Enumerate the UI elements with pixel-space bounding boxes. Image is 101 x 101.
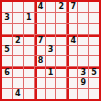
- cell-r8c7[interactable]: [67, 78, 77, 88]
- cell-r5c7[interactable]: [67, 46, 77, 56]
- cell-r3c8[interactable]: [78, 24, 88, 34]
- cell-r7c7[interactable]: [67, 67, 77, 77]
- cell-r3c6[interactable]: [56, 24, 66, 34]
- cell-r9c7[interactable]: [67, 89, 77, 99]
- cell-r3c9[interactable]: [89, 24, 99, 34]
- cell-r8c1[interactable]: [2, 78, 12, 88]
- cell-r1c4[interactable]: 4: [35, 2, 45, 12]
- cell-r1c5[interactable]: [46, 2, 56, 12]
- cell-r3c1[interactable]: [2, 24, 12, 34]
- cell-r2c8[interactable]: [78, 13, 88, 23]
- cell-r2c4[interactable]: [35, 13, 45, 23]
- cell-r4c7[interactable]: 4: [67, 35, 77, 45]
- cell-r4c4[interactable]: 7: [35, 35, 45, 45]
- cell-r1c8[interactable]: [78, 2, 88, 12]
- cell-r7c4[interactable]: [35, 67, 45, 77]
- cell-r8c5[interactable]: [46, 78, 56, 88]
- cell-r1c7[interactable]: 7: [67, 2, 77, 12]
- cell-r5c6[interactable]: [56, 46, 66, 56]
- cell-r6c1[interactable]: [2, 56, 12, 66]
- cell-r3c4[interactable]: [35, 24, 45, 34]
- cell-r2c3[interactable]: 1: [24, 13, 34, 23]
- cell-r1c2[interactable]: [13, 2, 23, 12]
- cell-r1c3[interactable]: [24, 2, 34, 12]
- cell-r1c6[interactable]: 2: [56, 2, 66, 12]
- cell-r5c9[interactable]: [89, 46, 99, 56]
- cell-r6c5[interactable]: [46, 56, 56, 66]
- cell-r6c9[interactable]: [89, 56, 99, 66]
- cell-r1c9[interactable]: [89, 2, 99, 12]
- cell-r5c2[interactable]: [13, 46, 23, 56]
- cell-r7c3[interactable]: [24, 67, 34, 77]
- cell-r3c2[interactable]: [13, 24, 23, 34]
- cell-r8c6[interactable]: [56, 78, 66, 88]
- sudoku-board: 42731274538613594: [0, 0, 101, 101]
- cell-r2c2[interactable]: [13, 13, 23, 23]
- cell-r9c4[interactable]: [35, 89, 45, 99]
- cell-r9c6[interactable]: [56, 89, 66, 99]
- cell-r7c9[interactable]: 5: [89, 67, 99, 77]
- cell-r5c3[interactable]: [24, 46, 34, 56]
- cell-r5c5[interactable]: 3: [46, 46, 56, 56]
- cell-r9c5[interactable]: [46, 89, 56, 99]
- cell-r8c9[interactable]: [89, 78, 99, 88]
- cell-r7c5[interactable]: 1: [46, 67, 56, 77]
- cell-r2c5[interactable]: [46, 13, 56, 23]
- cell-r8c8[interactable]: 9: [78, 78, 88, 88]
- cell-r9c2[interactable]: 4: [13, 89, 23, 99]
- cell-r6c8[interactable]: [78, 56, 88, 66]
- cell-r4c1[interactable]: [2, 35, 12, 45]
- cell-r7c6[interactable]: [56, 67, 66, 77]
- cell-r9c1[interactable]: [2, 89, 12, 99]
- cell-r9c8[interactable]: [78, 89, 88, 99]
- cell-r9c3[interactable]: [24, 89, 34, 99]
- cell-r8c3[interactable]: [24, 78, 34, 88]
- cell-r3c7[interactable]: [67, 24, 77, 34]
- cell-r6c6[interactable]: [56, 56, 66, 66]
- cell-r3c5[interactable]: [46, 24, 56, 34]
- cell-r7c1[interactable]: 6: [2, 67, 12, 77]
- cell-r4c2[interactable]: 2: [13, 35, 23, 45]
- cell-r2c7[interactable]: [67, 13, 77, 23]
- cell-r1c1[interactable]: [2, 2, 12, 12]
- cell-r8c4[interactable]: [35, 78, 45, 88]
- cell-r6c4[interactable]: 8: [35, 56, 45, 66]
- cell-r6c3[interactable]: [24, 56, 34, 66]
- cell-r8c2[interactable]: [13, 78, 23, 88]
- cell-r4c8[interactable]: [78, 35, 88, 45]
- cell-r7c2[interactable]: [13, 67, 23, 77]
- cell-r4c3[interactable]: [24, 35, 34, 45]
- cell-r7c8[interactable]: 3: [78, 67, 88, 77]
- cell-r4c5[interactable]: [46, 35, 56, 45]
- cell-r5c1[interactable]: 5: [2, 46, 12, 56]
- cell-r2c1[interactable]: 3: [2, 13, 12, 23]
- cell-r6c2[interactable]: [13, 56, 23, 66]
- cell-r3c3[interactable]: [24, 24, 34, 34]
- cell-r9c9[interactable]: [89, 89, 99, 99]
- cell-r2c9[interactable]: [89, 13, 99, 23]
- cell-r4c9[interactable]: [89, 35, 99, 45]
- cell-r5c8[interactable]: [78, 46, 88, 56]
- cell-r5c4[interactable]: [35, 46, 45, 56]
- cell-r6c7[interactable]: [67, 56, 77, 66]
- cell-r4c6[interactable]: [56, 35, 66, 45]
- cell-r2c6[interactable]: [56, 13, 66, 23]
